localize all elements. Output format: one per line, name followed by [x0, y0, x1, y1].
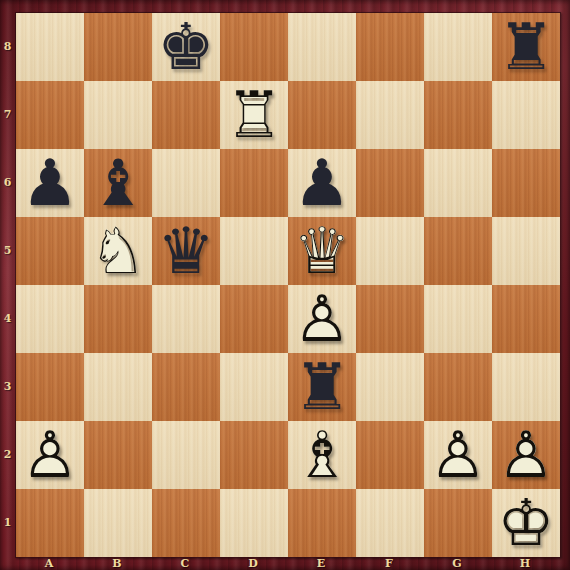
square-h1[interactable]: ♚♔	[492, 489, 560, 557]
square-h3[interactable]	[492, 353, 560, 421]
piece-white-knight: ♘	[84, 217, 152, 285]
square-a2[interactable]: ♟♙	[16, 421, 84, 489]
rank-label-1: 1	[0, 488, 15, 556]
square-a1[interactable]	[16, 489, 84, 557]
piece-white-pawn-fill: ♟	[492, 421, 560, 489]
piece-white-knight-fill: ♞	[84, 217, 152, 285]
piece-white-pawn: ♙	[288, 285, 356, 353]
square-e8[interactable]	[288, 13, 356, 81]
square-d2[interactable]	[220, 421, 288, 489]
square-f8[interactable]	[356, 13, 424, 81]
file-label-h: H	[491, 556, 559, 570]
square-g4[interactable]	[424, 285, 492, 353]
square-e1[interactable]	[288, 489, 356, 557]
square-e5[interactable]: ♛♕	[288, 217, 356, 285]
rank-label-8: 8	[0, 12, 15, 80]
square-f5[interactable]	[356, 217, 424, 285]
square-g7[interactable]	[424, 81, 492, 149]
piece-black-rook: ♜	[492, 13, 560, 81]
square-c7[interactable]	[152, 81, 220, 149]
piece-white-pawn-fill: ♟	[288, 285, 356, 353]
square-b4[interactable]	[84, 285, 152, 353]
piece-white-pawn: ♙	[424, 421, 492, 489]
square-b2[interactable]	[84, 421, 152, 489]
square-b7[interactable]	[84, 81, 152, 149]
chess-diagram: 8 7 6 5 4 3 2 1 ♚♜♜♖♟♝♟♞♘♛♛♕♟♙♜♟♙♝♗♟♙♟♙♚…	[0, 0, 570, 570]
piece-black-pawn: ♟	[16, 149, 84, 217]
rank-label-3: 3	[0, 352, 15, 420]
rank-label-6: 6	[0, 148, 15, 216]
piece-white-bishop-fill: ♝	[288, 421, 356, 489]
piece-black-bishop: ♝	[84, 149, 152, 217]
square-g1[interactable]	[424, 489, 492, 557]
square-e6[interactable]: ♟	[288, 149, 356, 217]
square-g3[interactable]	[424, 353, 492, 421]
piece-white-queen: ♕	[288, 217, 356, 285]
piece-black-queen: ♛	[152, 217, 220, 285]
square-g5[interactable]	[424, 217, 492, 285]
square-d5[interactable]	[220, 217, 288, 285]
square-g2[interactable]: ♟♙	[424, 421, 492, 489]
square-f2[interactable]	[356, 421, 424, 489]
square-f7[interactable]	[356, 81, 424, 149]
square-b1[interactable]	[84, 489, 152, 557]
square-b8[interactable]	[84, 13, 152, 81]
square-g6[interactable]	[424, 149, 492, 217]
file-label-a: A	[15, 556, 83, 570]
square-c6[interactable]	[152, 149, 220, 217]
square-c8[interactable]: ♚	[152, 13, 220, 81]
square-b5[interactable]: ♞♘	[84, 217, 152, 285]
square-a8[interactable]	[16, 13, 84, 81]
square-d3[interactable]	[220, 353, 288, 421]
square-c3[interactable]	[152, 353, 220, 421]
square-f1[interactable]	[356, 489, 424, 557]
square-b3[interactable]	[84, 353, 152, 421]
square-d1[interactable]	[220, 489, 288, 557]
square-h2[interactable]: ♟♙	[492, 421, 560, 489]
square-a5[interactable]	[16, 217, 84, 285]
file-label-g: G	[423, 556, 491, 570]
square-a7[interactable]	[16, 81, 84, 149]
piece-white-pawn: ♙	[16, 421, 84, 489]
square-c4[interactable]	[152, 285, 220, 353]
square-a3[interactable]	[16, 353, 84, 421]
square-e4[interactable]: ♟♙	[288, 285, 356, 353]
piece-white-rook: ♖	[220, 81, 288, 149]
file-label-e: E	[287, 556, 355, 570]
square-e3[interactable]: ♜	[288, 353, 356, 421]
piece-white-pawn-fill: ♟	[424, 421, 492, 489]
square-d6[interactable]	[220, 149, 288, 217]
rank-label-2: 2	[0, 420, 15, 488]
piece-white-rook-fill: ♜	[220, 81, 288, 149]
chess-board: ♚♜♜♖♟♝♟♞♘♛♛♕♟♙♜♟♙♝♗♟♙♟♙♚♔	[15, 12, 561, 558]
square-h7[interactable]	[492, 81, 560, 149]
square-c1[interactable]	[152, 489, 220, 557]
square-d7[interactable]: ♜♖	[220, 81, 288, 149]
square-h8[interactable]: ♜	[492, 13, 560, 81]
square-f4[interactable]	[356, 285, 424, 353]
rank-label-7: 7	[0, 80, 15, 148]
piece-black-rook: ♜	[288, 353, 356, 421]
rank-label-5: 5	[0, 216, 15, 284]
piece-black-pawn: ♟	[288, 149, 356, 217]
piece-white-bishop: ♗	[288, 421, 356, 489]
square-b6[interactable]: ♝	[84, 149, 152, 217]
square-h6[interactable]	[492, 149, 560, 217]
file-label-d: D	[219, 556, 287, 570]
rank-labels: 8 7 6 5 4 3 2 1	[0, 12, 15, 556]
file-labels: A B C D E F G H	[15, 556, 559, 570]
piece-black-king: ♚	[152, 13, 220, 81]
piece-white-king-fill: ♚	[492, 489, 560, 557]
square-h4[interactable]	[492, 285, 560, 353]
square-d4[interactable]	[220, 285, 288, 353]
piece-white-king: ♔	[492, 489, 560, 557]
square-a4[interactable]	[16, 285, 84, 353]
file-label-f: F	[355, 556, 423, 570]
square-a6[interactable]: ♟	[16, 149, 84, 217]
square-c5[interactable]: ♛	[152, 217, 220, 285]
file-label-b: B	[83, 556, 151, 570]
square-f6[interactable]	[356, 149, 424, 217]
square-e7[interactable]	[288, 81, 356, 149]
square-h5[interactable]	[492, 217, 560, 285]
square-e2[interactable]: ♝♗	[288, 421, 356, 489]
rank-label-4: 4	[0, 284, 15, 352]
piece-white-pawn-fill: ♟	[16, 421, 84, 489]
file-label-c: C	[151, 556, 219, 570]
piece-white-queen-fill: ♛	[288, 217, 356, 285]
square-g8[interactable]	[424, 13, 492, 81]
square-f3[interactable]	[356, 353, 424, 421]
piece-white-pawn: ♙	[492, 421, 560, 489]
square-d8[interactable]	[220, 13, 288, 81]
square-c2[interactable]	[152, 421, 220, 489]
